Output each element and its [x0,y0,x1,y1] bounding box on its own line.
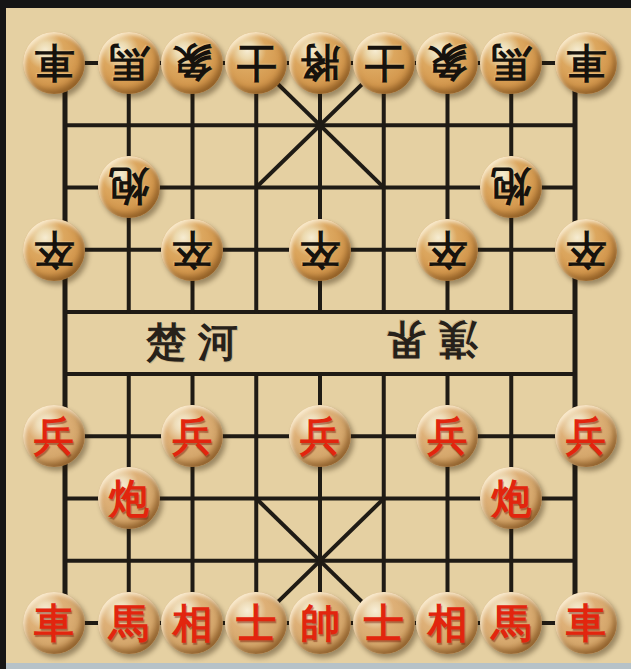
piece-glyph: 士 [364,43,404,83]
piece-glyph: 士 [236,43,276,83]
piece-red-soldier[interactable]: 兵 [416,405,478,467]
piece-red-horse[interactable]: 馬 [98,592,160,654]
piece-black-advisor[interactable]: 士 [225,32,287,94]
piece-black-soldier[interactable]: 卒 [289,219,351,281]
piece-glyph: 車 [34,43,74,83]
piece-glyph: 馬 [491,43,531,83]
piece-red-advisor[interactable]: 士 [353,592,415,654]
piece-red-elephant[interactable]: 相 [161,592,223,654]
piece-black-elephant[interactable]: 象 [416,32,478,94]
piece-black-advisor[interactable]: 士 [353,32,415,94]
xiangqi-board[interactable]: 車馬象士將士象馬車炮炮卒卒卒卒卒兵兵兵兵兵炮炮車馬相士帥士相馬車 [33,32,607,654]
piece-glyph: 車 [34,603,74,643]
piece-glyph: 馬 [109,603,149,643]
piece-red-elephant[interactable]: 相 [416,592,478,654]
piece-black-chariot[interactable]: 車 [555,32,617,94]
piece-black-cannon[interactable]: 炮 [98,156,160,218]
piece-glyph: 象 [172,43,212,83]
piece-red-soldier[interactable]: 兵 [555,405,617,467]
piece-black-elephant[interactable]: 象 [161,32,223,94]
piece-glyph: 卒 [172,230,212,270]
piece-glyph: 士 [236,603,276,643]
piece-red-chariot[interactable]: 車 [555,592,617,654]
piece-glyph: 兵 [427,416,467,456]
piece-red-cannon[interactable]: 炮 [480,467,542,529]
piece-red-soldier[interactable]: 兵 [289,405,351,467]
screen-border-left [0,0,6,669]
piece-glyph: 相 [172,603,212,643]
piece-red-advisor[interactable]: 士 [225,592,287,654]
piece-red-general[interactable]: 帥 [289,592,351,654]
piece-glyph: 將 [300,43,340,83]
piece-glyph: 馬 [491,603,531,643]
piece-red-cannon[interactable]: 炮 [98,467,160,529]
piece-glyph: 炮 [109,167,149,207]
piece-glyph: 士 [364,603,404,643]
piece-black-horse[interactable]: 馬 [480,32,542,94]
piece-glyph: 兵 [172,416,212,456]
piece-red-soldier[interactable]: 兵 [23,405,85,467]
piece-glyph: 卒 [34,230,74,270]
xiangqi-screenshot: 楚河 漢界 車馬象士將士象馬車炮炮卒卒卒卒卒兵兵兵兵兵炮炮車馬相士帥士相馬車 [0,0,631,669]
piece-red-soldier[interactable]: 兵 [161,405,223,467]
piece-glyph: 兵 [566,416,606,456]
piece-glyph: 兵 [300,416,340,456]
piece-black-cannon[interactable]: 炮 [480,156,542,218]
piece-glyph: 車 [566,603,606,643]
piece-glyph: 馬 [109,43,149,83]
piece-black-general[interactable]: 將 [289,32,351,94]
piece-glyph: 卒 [427,230,467,270]
piece-black-soldier[interactable]: 卒 [23,219,85,281]
piece-glyph: 象 [427,43,467,83]
piece-glyph: 卒 [300,230,340,270]
piece-glyph: 炮 [491,167,531,207]
piece-black-soldier[interactable]: 卒 [555,219,617,281]
screen-border-top [0,0,631,8]
piece-black-soldier[interactable]: 卒 [161,219,223,281]
piece-glyph: 卒 [566,230,606,270]
piece-glyph: 炮 [109,478,149,518]
piece-black-horse[interactable]: 馬 [98,32,160,94]
piece-black-soldier[interactable]: 卒 [416,219,478,281]
piece-glyph: 兵 [34,416,74,456]
piece-glyph: 帥 [300,603,340,643]
screen-border-bottom [6,663,631,669]
piece-red-chariot[interactable]: 車 [23,592,85,654]
piece-glyph: 車 [566,43,606,83]
piece-glyph: 炮 [491,478,531,518]
piece-red-horse[interactable]: 馬 [480,592,542,654]
piece-black-chariot[interactable]: 車 [23,32,85,94]
piece-glyph: 相 [427,603,467,643]
